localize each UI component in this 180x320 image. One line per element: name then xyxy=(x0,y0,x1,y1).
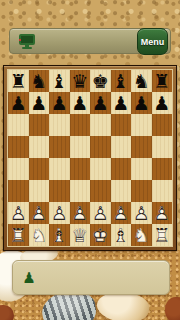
piece-white-knight: ♞♘ xyxy=(131,224,152,246)
square-e1[interactable]: ♚♔ xyxy=(90,224,111,246)
piece-white-pawn: ♟♙ xyxy=(29,202,50,224)
piece-black-pawn: ♟ xyxy=(49,92,70,114)
square-d5[interactable] xyxy=(70,136,91,158)
square-c6[interactable] xyxy=(49,114,70,136)
piece-black-king: ♚ xyxy=(90,70,111,92)
square-b6[interactable] xyxy=(29,114,50,136)
square-c2[interactable]: ♟♙ xyxy=(49,202,70,224)
square-g4[interactable] xyxy=(131,158,152,180)
square-f6[interactable] xyxy=(111,114,132,136)
square-b5[interactable] xyxy=(29,136,50,158)
square-a5[interactable] xyxy=(8,136,29,158)
square-c3[interactable] xyxy=(49,180,70,202)
square-f5[interactable] xyxy=(111,136,132,158)
square-f3[interactable] xyxy=(111,180,132,202)
square-g1[interactable]: ♞♘ xyxy=(131,224,152,246)
square-b7[interactable]: ♟ xyxy=(29,92,50,114)
piece-black-pawn: ♟ xyxy=(152,92,173,114)
top-toolbar: Menu xyxy=(9,28,171,54)
square-c4[interactable] xyxy=(49,158,70,180)
square-c7[interactable]: ♟ xyxy=(49,92,70,114)
square-d1[interactable]: ♛♕ xyxy=(70,224,91,246)
square-g6[interactable] xyxy=(131,114,152,136)
piece-white-pawn: ♟♙ xyxy=(152,202,173,224)
piece-white-pawn: ♟♙ xyxy=(111,202,132,224)
square-c8[interactable]: ♝ xyxy=(49,70,70,92)
menu-button[interactable]: Menu xyxy=(137,28,168,55)
square-c1[interactable]: ♝♗ xyxy=(49,224,70,246)
square-d7[interactable]: ♟ xyxy=(70,92,91,114)
piece-white-pawn: ♟♙ xyxy=(70,202,91,224)
square-h6[interactable] xyxy=(152,114,173,136)
monitor-icon[interactable] xyxy=(19,34,35,45)
square-e6[interactable] xyxy=(90,114,111,136)
status-bar: ♟ xyxy=(12,260,170,295)
piece-white-pawn: ♟♙ xyxy=(8,202,29,224)
square-e2[interactable]: ♟♙ xyxy=(90,202,111,224)
piece-black-knight: ♞ xyxy=(29,70,50,92)
square-c5[interactable] xyxy=(49,136,70,158)
chess-board: ♜♞♝♛♚♝♞♜♟♟♟♟♟♟♟♟♟♙♟♙♟♙♟♙♟♙♟♙♟♙♟♙♜♖♞♘♝♗♛♕… xyxy=(7,69,173,247)
square-h5[interactable] xyxy=(152,136,173,158)
square-g8[interactable]: ♞ xyxy=(131,70,152,92)
piece-white-bishop: ♝♗ xyxy=(49,224,70,246)
piece-black-pawn: ♟ xyxy=(131,92,152,114)
square-d4[interactable] xyxy=(70,158,91,180)
square-a6[interactable] xyxy=(8,114,29,136)
piece-white-rook: ♜♖ xyxy=(152,224,173,246)
piece-black-bishop: ♝ xyxy=(111,70,132,92)
piece-black-pawn: ♟ xyxy=(90,92,111,114)
square-f1[interactable]: ♝♗ xyxy=(111,224,132,246)
piece-white-queen: ♛♕ xyxy=(70,224,91,246)
square-d2[interactable]: ♟♙ xyxy=(70,202,91,224)
chess-app-screen: Menu ♜♞♝♛♚♝♞♜♟♟♟♟♟♟♟♟♟♙♟♙♟♙♟♙♟♙♟♙♟♙♟♙♜♖♞… xyxy=(0,0,180,320)
square-a8[interactable]: ♜ xyxy=(8,70,29,92)
piece-white-king: ♚♔ xyxy=(90,224,111,246)
square-d8[interactable]: ♛ xyxy=(70,70,91,92)
monitor-power-dot xyxy=(19,39,21,41)
square-b8[interactable]: ♞ xyxy=(29,70,50,92)
square-a2[interactable]: ♟♙ xyxy=(8,202,29,224)
square-b3[interactable] xyxy=(29,180,50,202)
square-a7[interactable]: ♟ xyxy=(8,92,29,114)
square-h1[interactable]: ♜♖ xyxy=(152,224,173,246)
square-e8[interactable]: ♚ xyxy=(90,70,111,92)
square-g5[interactable] xyxy=(131,136,152,158)
square-h4[interactable] xyxy=(152,158,173,180)
square-e7[interactable]: ♟ xyxy=(90,92,111,114)
square-h2[interactable]: ♟♙ xyxy=(152,202,173,224)
square-f7[interactable]: ♟ xyxy=(111,92,132,114)
square-e3[interactable] xyxy=(90,180,111,202)
board-frame: ♜♞♝♛♚♝♞♜♟♟♟♟♟♟♟♟♟♙♟♙♟♙♟♙♟♙♟♙♟♙♟♙♜♖♞♘♝♗♛♕… xyxy=(3,65,177,251)
square-a1[interactable]: ♜♖ xyxy=(8,224,29,246)
square-b2[interactable]: ♟♙ xyxy=(29,202,50,224)
square-d6[interactable] xyxy=(70,114,91,136)
square-g7[interactable]: ♟ xyxy=(131,92,152,114)
piece-white-bishop: ♝♗ xyxy=(111,224,132,246)
square-b4[interactable] xyxy=(29,158,50,180)
piece-white-pawn: ♟♙ xyxy=(49,202,70,224)
piece-white-pawn: ♟♙ xyxy=(131,202,152,224)
piece-black-pawn: ♟ xyxy=(8,92,29,114)
piece-black-rook: ♜ xyxy=(152,70,173,92)
square-g3[interactable] xyxy=(131,180,152,202)
piece-black-queen: ♛ xyxy=(70,70,91,92)
piece-white-pawn: ♟♙ xyxy=(90,202,111,224)
piece-black-knight: ♞ xyxy=(131,70,152,92)
square-f4[interactable] xyxy=(111,158,132,180)
monitor-icon-base xyxy=(22,47,32,49)
square-f2[interactable]: ♟♙ xyxy=(111,202,132,224)
square-b1[interactable]: ♞♘ xyxy=(29,224,50,246)
square-a3[interactable] xyxy=(8,180,29,202)
piece-white-knight: ♞♘ xyxy=(29,224,50,246)
square-h7[interactable]: ♟ xyxy=(152,92,173,114)
red-shell-fragment-right xyxy=(165,297,180,320)
square-d3[interactable] xyxy=(70,180,91,202)
square-e4[interactable] xyxy=(90,158,111,180)
piece-black-rook: ♜ xyxy=(8,70,29,92)
piece-black-pawn: ♟ xyxy=(29,92,50,114)
piece-black-pawn: ♟ xyxy=(111,92,132,114)
pawn-icon: ♟ xyxy=(21,265,37,291)
square-g2[interactable]: ♟♙ xyxy=(131,202,152,224)
square-e5[interactable] xyxy=(90,136,111,158)
square-f8[interactable]: ♝ xyxy=(111,70,132,92)
piece-black-bishop: ♝ xyxy=(49,70,70,92)
square-h8[interactable]: ♜ xyxy=(152,70,173,92)
square-a4[interactable] xyxy=(8,158,29,180)
piece-black-pawn: ♟ xyxy=(70,92,91,114)
square-h3[interactable] xyxy=(152,180,173,202)
piece-white-rook: ♜♖ xyxy=(8,224,29,246)
